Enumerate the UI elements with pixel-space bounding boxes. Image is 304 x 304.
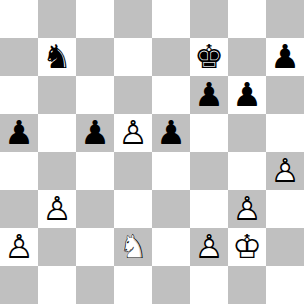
chess-board: ♞♚♟♟♟♟♟♟♙♟♟♙♟♙♟♙♟♙♞♘♟♙♚♔	[0, 0, 304, 304]
white-pawn: ♟♙	[0, 228, 38, 266]
square-f3[interactable]	[190, 190, 228, 228]
chess-diagram: ♞♚♟♟♟♟♟♟♙♟♟♙♟♙♟♙♟♙♞♘♟♙♚♔	[0, 0, 304, 304]
square-h3[interactable]	[266, 190, 304, 228]
square-f8[interactable]	[190, 0, 228, 38]
white-pawn-outline: ♙	[114, 114, 152, 152]
square-b1[interactable]	[38, 266, 76, 304]
square-f5[interactable]	[190, 114, 228, 152]
square-e5[interactable]: ♟	[152, 114, 190, 152]
white-pawn: ♟♙	[38, 190, 76, 228]
square-h2[interactable]	[266, 228, 304, 266]
square-f6[interactable]: ♟	[190, 76, 228, 114]
square-b7[interactable]: ♞	[38, 38, 76, 76]
square-g1[interactable]	[228, 266, 266, 304]
square-d2[interactable]: ♞♘	[114, 228, 152, 266]
square-b6[interactable]	[38, 76, 76, 114]
square-c3[interactable]	[76, 190, 114, 228]
black-pawn: ♟	[76, 114, 114, 152]
black-pawn: ♟	[190, 76, 228, 114]
white-pawn-outline: ♙	[38, 190, 76, 228]
square-c7[interactable]	[76, 38, 114, 76]
white-pawn-outline: ♙	[0, 228, 38, 266]
square-g4[interactable]	[228, 152, 266, 190]
white-knight-outline: ♘	[114, 228, 152, 266]
square-a6[interactable]	[0, 76, 38, 114]
square-e3[interactable]	[152, 190, 190, 228]
black-knight: ♞	[38, 38, 76, 76]
square-h6[interactable]	[266, 76, 304, 114]
square-g7[interactable]	[228, 38, 266, 76]
square-a5[interactable]: ♟	[0, 114, 38, 152]
square-c5[interactable]: ♟	[76, 114, 114, 152]
square-b3[interactable]: ♟♙	[38, 190, 76, 228]
white-pawn-outline: ♙	[228, 190, 266, 228]
square-a1[interactable]	[0, 266, 38, 304]
square-b5[interactable]	[38, 114, 76, 152]
square-e7[interactable]	[152, 38, 190, 76]
white-pawn: ♟♙	[266, 152, 304, 190]
square-g3[interactable]: ♟♙	[228, 190, 266, 228]
black-pawn: ♟	[152, 114, 190, 152]
square-b8[interactable]	[38, 0, 76, 38]
square-h5[interactable]	[266, 114, 304, 152]
square-f4[interactable]	[190, 152, 228, 190]
square-e1[interactable]	[152, 266, 190, 304]
black-pawn: ♟	[228, 76, 266, 114]
square-c8[interactable]	[76, 0, 114, 38]
square-d8[interactable]	[114, 0, 152, 38]
white-pawn: ♟♙	[114, 114, 152, 152]
square-g2[interactable]: ♚♔	[228, 228, 266, 266]
black-pawn: ♟	[266, 38, 304, 76]
white-king-outline: ♔	[228, 228, 266, 266]
black-king: ♚	[190, 38, 228, 76]
square-f1[interactable]	[190, 266, 228, 304]
white-knight: ♞♘	[114, 228, 152, 266]
square-h4[interactable]: ♟♙	[266, 152, 304, 190]
square-g6[interactable]: ♟	[228, 76, 266, 114]
square-d7[interactable]	[114, 38, 152, 76]
square-a3[interactable]	[0, 190, 38, 228]
square-d5[interactable]: ♟♙	[114, 114, 152, 152]
square-c4[interactable]	[76, 152, 114, 190]
square-h7[interactable]: ♟	[266, 38, 304, 76]
square-a8[interactable]	[0, 0, 38, 38]
square-c2[interactable]	[76, 228, 114, 266]
square-g8[interactable]	[228, 0, 266, 38]
square-d4[interactable]	[114, 152, 152, 190]
black-pawn: ♟	[0, 114, 38, 152]
square-e2[interactable]	[152, 228, 190, 266]
square-g5[interactable]	[228, 114, 266, 152]
square-b2[interactable]	[38, 228, 76, 266]
square-a7[interactable]	[0, 38, 38, 76]
square-b4[interactable]	[38, 152, 76, 190]
square-d6[interactable]	[114, 76, 152, 114]
white-pawn-outline: ♙	[266, 152, 304, 190]
white-king: ♚♔	[228, 228, 266, 266]
square-e6[interactable]	[152, 76, 190, 114]
square-d3[interactable]	[114, 190, 152, 228]
square-a2[interactable]: ♟♙	[0, 228, 38, 266]
square-f7[interactable]: ♚	[190, 38, 228, 76]
white-pawn: ♟♙	[190, 228, 228, 266]
square-d1[interactable]	[114, 266, 152, 304]
square-h1[interactable]	[266, 266, 304, 304]
square-c6[interactable]	[76, 76, 114, 114]
square-e4[interactable]	[152, 152, 190, 190]
square-h8[interactable]	[266, 0, 304, 38]
square-f2[interactable]: ♟♙	[190, 228, 228, 266]
white-pawn: ♟♙	[228, 190, 266, 228]
square-a4[interactable]	[0, 152, 38, 190]
white-pawn-outline: ♙	[190, 228, 228, 266]
square-c1[interactable]	[76, 266, 114, 304]
square-e8[interactable]	[152, 0, 190, 38]
